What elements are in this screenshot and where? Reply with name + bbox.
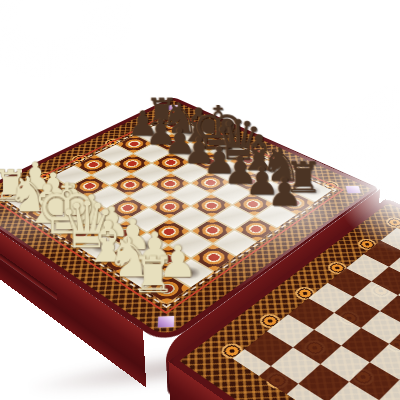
photo-scene: ♜♞♝♚♛♝♞♜♟♟♟♟♟♟♟♟♟♟♟♟♟♟♟♟♜♞♝♚♛♝♞♜ [0, 0, 400, 400]
piece-black-pawn: ♟ [267, 173, 302, 210]
product-photo: ♜♞♝♚♛♝♞♜♟♟♟♟♟♟♟♟♟♟♟♟♟♟♟♟♜♞♝♚♛♝♞♜ [0, 0, 400, 400]
piece-white-rook: ♜ [130, 252, 175, 299]
corner-gem [158, 316, 174, 328]
corner-gem [346, 186, 361, 194]
scene-world: ♜♞♝♚♛♝♞♜♟♟♟♟♟♟♟♟♟♟♟♟♟♟♟♟♜♞♝♚♛♝♞♜ [0, 97, 380, 346]
